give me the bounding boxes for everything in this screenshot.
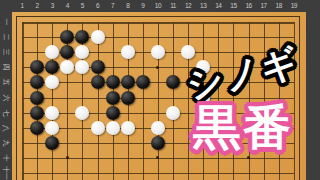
row-label: 三 [1, 49, 11, 56]
column-label: 2 [36, 1, 39, 11]
grid-line-horizontal [22, 22, 294, 24]
black-stone [121, 75, 135, 89]
row-label: 十 [1, 154, 11, 161]
black-stone [30, 106, 44, 120]
row-label: 九 [1, 139, 11, 146]
column-label: 15 [230, 1, 236, 11]
row-label: 八 [1, 124, 11, 131]
white-stone [121, 45, 135, 59]
row-label: 二 [1, 34, 11, 41]
go-thumbnail: 12345678910111213141516171819 一二三四五六七八九十… [0, 0, 320, 180]
row-label: 十一 [1, 166, 11, 180]
white-stone [106, 121, 120, 135]
column-label: 7 [111, 1, 114, 11]
white-stone [45, 106, 59, 120]
white-stone [91, 30, 105, 44]
row-label: 六 [1, 94, 11, 101]
grid-line-horizontal [22, 173, 294, 174]
column-label: 19 [291, 1, 297, 11]
row-label: 五 [1, 79, 11, 86]
black-stone [45, 136, 59, 150]
white-stone [121, 121, 135, 135]
white-stone [151, 121, 165, 135]
grid-line-vertical [98, 22, 99, 180]
white-stone [166, 106, 180, 120]
white-stone [91, 121, 105, 135]
white-stone [75, 106, 89, 120]
column-label: 5 [81, 1, 84, 11]
black-stone [106, 106, 120, 120]
black-stone [121, 91, 135, 105]
title-kuroban: 黒番 [193, 96, 293, 160]
row-label: 四 [1, 64, 11, 71]
column-label: 12 [185, 1, 191, 11]
grid-line-vertical [22, 22, 24, 180]
grid-line-vertical [173, 22, 174, 180]
row-label: 七 [1, 109, 11, 116]
black-stone [91, 60, 105, 74]
column-label: 4 [66, 1, 69, 11]
column-label: 6 [96, 1, 99, 11]
black-stone [30, 91, 44, 105]
black-stone [151, 136, 165, 150]
black-stone [91, 75, 105, 89]
black-stone [106, 91, 120, 105]
column-label: 16 [245, 1, 251, 11]
column-label: 18 [276, 1, 282, 11]
black-stone [30, 121, 44, 135]
column-label: 17 [260, 1, 266, 11]
row-label: 一 [1, 19, 11, 26]
column-label: 8 [126, 1, 129, 11]
white-stone [151, 45, 165, 59]
column-label: 10 [155, 1, 161, 11]
column-label: 3 [51, 1, 54, 11]
column-label: 9 [141, 1, 144, 11]
white-stone [45, 121, 59, 135]
column-label: 14 [215, 1, 221, 11]
column-label: 11 [170, 1, 176, 11]
column-label: 1 [20, 1, 23, 11]
grid-line-vertical [143, 22, 144, 180]
column-label: 13 [200, 1, 206, 11]
black-stone [106, 75, 120, 89]
